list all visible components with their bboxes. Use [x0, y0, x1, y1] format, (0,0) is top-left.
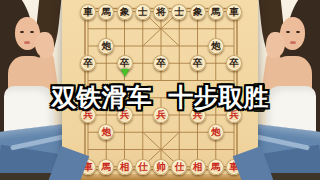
piece-label: 仕 — [175, 159, 185, 175]
xiangqi-piece-black[interactable]: 士 — [171, 4, 187, 20]
piece-label: 将 — [156, 4, 166, 20]
piece-label: 車 — [229, 4, 239, 20]
move-indicator-arrow — [121, 69, 129, 77]
piece-label: 象 — [120, 4, 130, 20]
xiangqi-piece-black[interactable]: 炮 — [208, 38, 224, 54]
piece-label: 仕 — [138, 159, 148, 175]
piece-label: 士 — [175, 4, 185, 20]
lips — [290, 41, 296, 44]
xiangqi-piece-black[interactable]: 士 — [135, 4, 151, 20]
presenter-hand — [35, 32, 54, 58]
xiangqi-piece-red[interactable]: 仕 — [171, 159, 187, 175]
piece-label: 卒 — [83, 55, 93, 71]
xiangqi-piece-black[interactable]: 車 — [80, 4, 96, 20]
xiangqi-piece-black[interactable]: 車 — [226, 4, 242, 20]
xiangqi-piece-red[interactable]: 帅 — [153, 159, 169, 175]
xiangqi-piece-red[interactable]: 相 — [117, 159, 133, 175]
xiangqi-piece-red[interactable]: 炮 — [208, 124, 224, 140]
eye — [286, 31, 290, 33]
title-overlay: 双铁滑车 十步取胜 — [0, 81, 320, 114]
piece-label: 馬 — [211, 159, 221, 175]
piece-label: 炮 — [211, 38, 221, 54]
lips — [24, 41, 30, 44]
piece-label: 相 — [193, 159, 203, 175]
piece-label: 馬 — [211, 4, 221, 20]
piece-label: 炮 — [102, 124, 112, 140]
piece-label: 士 — [138, 4, 148, 20]
xiangqi-piece-red[interactable]: 馬 — [208, 159, 224, 175]
piece-label: 帅 — [156, 159, 166, 175]
xiangqi-piece-black[interactable]: 馬 — [208, 4, 224, 20]
piece-label: 相 — [120, 159, 130, 175]
xiangqi-piece-black[interactable]: 卒 — [153, 55, 169, 71]
piece-label: 炮 — [211, 124, 221, 140]
xiangqi-piece-black[interactable]: 卒 — [190, 55, 206, 71]
xiangqi-piece-black[interactable]: 卒 — [117, 55, 133, 71]
xiangqi-piece-black[interactable]: 馬 — [98, 4, 114, 20]
xiangqi-piece-black[interactable]: 卒 — [226, 55, 242, 71]
xiangqi-piece-red[interactable]: 仕 — [135, 159, 151, 175]
piece-label: 車 — [83, 4, 93, 20]
piece-label: 馬 — [102, 4, 112, 20]
eye — [296, 31, 300, 33]
xiangqi-piece-black[interactable]: 炮 — [98, 38, 114, 54]
xiangqi-piece-black[interactable]: 象 — [117, 4, 133, 20]
xiangqi-piece-black[interactable]: 卒 — [80, 55, 96, 71]
xiangqi-piece-red[interactable]: 馬 — [98, 159, 114, 175]
piece-label: 馬 — [102, 159, 112, 175]
xiangqi-piece-black[interactable]: 将 — [153, 4, 169, 20]
eye — [30, 31, 34, 33]
piece-label: 象 — [193, 4, 203, 20]
board-wooden-edge — [62, 174, 258, 180]
eye — [20, 31, 24, 33]
video-thumbnail: 車馬象士将士象馬車炮炮卒卒卒卒卒兵兵兵兵兵炮炮車馬相仕帅仕相馬車 双铁滑车 十步… — [0, 0, 320, 180]
piece-label: 卒 — [193, 55, 203, 71]
piece-label: 炮 — [102, 38, 112, 54]
xiangqi-piece-black[interactable]: 象 — [190, 4, 206, 20]
xiangqi-piece-red[interactable]: 炮 — [98, 124, 114, 140]
piece-label: 卒 — [229, 55, 239, 71]
piece-label: 卒 — [156, 55, 166, 71]
xiangqi-piece-red[interactable]: 相 — [190, 159, 206, 175]
